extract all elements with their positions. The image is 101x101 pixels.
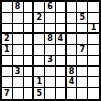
cell-r4c7[interactable] <box>67 34 78 45</box>
given-digit: 2 <box>4 35 10 43</box>
given-digit: 3 <box>47 56 53 64</box>
cell-r2c4[interactable]: 2 <box>34 13 45 24</box>
given-digit: 8 <box>15 3 21 11</box>
cell-r4c6[interactable]: 4 <box>56 34 67 45</box>
cell-r7c9[interactable] <box>88 67 99 78</box>
given-digit: 2 <box>36 14 42 22</box>
cell-r9c8[interactable] <box>77 88 88 99</box>
given-digit: 4 <box>57 35 63 43</box>
cell-r2c1[interactable] <box>2 13 13 24</box>
given-digit: 3 <box>15 68 21 76</box>
given-digit: 1 <box>4 46 10 54</box>
given-digit: 1 <box>91 24 97 32</box>
cell-r9c6[interactable] <box>56 88 67 99</box>
cell-r2c8[interactable]: 5 <box>77 13 88 24</box>
cell-r5c5[interactable] <box>45 45 56 56</box>
cell-r9c3[interactable] <box>24 88 35 99</box>
cell-r1c1[interactable] <box>2 2 13 13</box>
cell-r7c1[interactable] <box>2 67 13 78</box>
cell-r5c1[interactable]: 1 <box>2 45 13 56</box>
cell-r9c1[interactable]: 7 <box>2 88 13 99</box>
cell-r2c2[interactable] <box>13 13 24 24</box>
cell-r7c4[interactable] <box>34 67 45 78</box>
cell-r9c7[interactable] <box>67 88 78 99</box>
cell-r1c9[interactable] <box>88 2 99 13</box>
cell-r4c1[interactable]: 2 <box>2 34 13 45</box>
cell-r8c8[interactable] <box>77 77 88 88</box>
cell-r2c5[interactable] <box>45 13 56 24</box>
cell-r5c2[interactable] <box>13 45 24 56</box>
cell-r3c4[interactable] <box>34 24 45 35</box>
cell-r3c5[interactable] <box>45 24 56 35</box>
cell-r7c6[interactable] <box>56 67 67 78</box>
given-digit: 1 <box>36 78 42 86</box>
cell-r6c5[interactable]: 3 <box>45 56 56 67</box>
cell-r4c9[interactable] <box>88 34 99 45</box>
cell-r4c2[interactable] <box>13 34 24 45</box>
cell-r4c3[interactable] <box>24 34 35 45</box>
cell-r4c8[interactable] <box>77 34 88 45</box>
cell-r4c5[interactable]: 8 <box>45 34 56 45</box>
sudoku-board: 86251284173381475 <box>0 0 101 101</box>
cell-r1c7[interactable] <box>67 2 78 13</box>
cell-r9c4[interactable]: 5 <box>34 88 45 99</box>
cell-r3c9[interactable]: 1 <box>88 24 99 35</box>
cell-r2c3[interactable] <box>24 13 35 24</box>
cell-r2c6[interactable] <box>56 13 67 24</box>
cell-r3c6[interactable] <box>56 24 67 35</box>
given-digit: 7 <box>80 46 86 54</box>
cell-r3c7[interactable] <box>67 24 78 35</box>
given-digit: 8 <box>69 68 75 76</box>
cell-r3c1[interactable] <box>2 24 13 35</box>
cell-r7c8[interactable] <box>77 67 88 78</box>
cell-r9c9[interactable] <box>88 88 99 99</box>
cell-r1c6[interactable] <box>56 2 67 13</box>
cell-r7c2[interactable]: 3 <box>13 67 24 78</box>
cell-r8c6[interactable] <box>56 77 67 88</box>
cell-r5c3[interactable] <box>24 45 35 56</box>
cell-r6c1[interactable] <box>2 56 13 67</box>
cell-r6c3[interactable] <box>24 56 35 67</box>
cell-r5c8[interactable]: 7 <box>77 45 88 56</box>
cell-r1c4[interactable] <box>34 2 45 13</box>
given-digit: 4 <box>69 78 75 86</box>
cell-r7c3[interactable] <box>24 67 35 78</box>
cell-r5c9[interactable] <box>88 45 99 56</box>
cell-r6c9[interactable] <box>88 56 99 67</box>
cell-r6c8[interactable] <box>77 56 88 67</box>
cell-r8c3[interactable] <box>24 77 35 88</box>
cell-r5c4[interactable] <box>34 45 45 56</box>
cell-r8c4[interactable]: 1 <box>34 77 45 88</box>
cell-r8c1[interactable] <box>2 77 13 88</box>
given-digit: 5 <box>36 90 42 98</box>
cell-r1c8[interactable] <box>77 2 88 13</box>
cell-r1c5[interactable]: 6 <box>45 2 56 13</box>
cell-r6c2[interactable] <box>13 56 24 67</box>
cell-r3c3[interactable] <box>24 24 35 35</box>
cell-r2c7[interactable] <box>67 13 78 24</box>
given-digit: 8 <box>47 35 53 43</box>
given-digit: 7 <box>4 90 10 98</box>
cell-r3c2[interactable] <box>13 24 24 35</box>
cell-r1c2[interactable]: 8 <box>13 2 24 13</box>
cell-r2c9[interactable] <box>88 13 99 24</box>
cell-r9c5[interactable] <box>45 88 56 99</box>
cell-r8c9[interactable] <box>88 77 99 88</box>
cell-r9c2[interactable] <box>13 88 24 99</box>
given-digit: 6 <box>47 3 53 11</box>
cell-r7c5[interactable] <box>45 67 56 78</box>
cell-r6c4[interactable] <box>34 56 45 67</box>
given-digit: 5 <box>80 14 86 22</box>
cell-r5c6[interactable] <box>56 45 67 56</box>
cell-r7c7[interactable]: 8 <box>67 67 78 78</box>
cell-r6c7[interactable] <box>67 56 78 67</box>
cell-r1c3[interactable] <box>24 2 35 13</box>
cell-r8c2[interactable] <box>13 77 24 88</box>
cell-r8c7[interactable]: 4 <box>67 77 78 88</box>
cell-r6c6[interactable] <box>56 56 67 67</box>
cell-r4c4[interactable] <box>34 34 45 45</box>
cell-r5c7[interactable] <box>67 45 78 56</box>
cell-r3c8[interactable] <box>77 24 88 35</box>
cell-r8c5[interactable] <box>45 77 56 88</box>
